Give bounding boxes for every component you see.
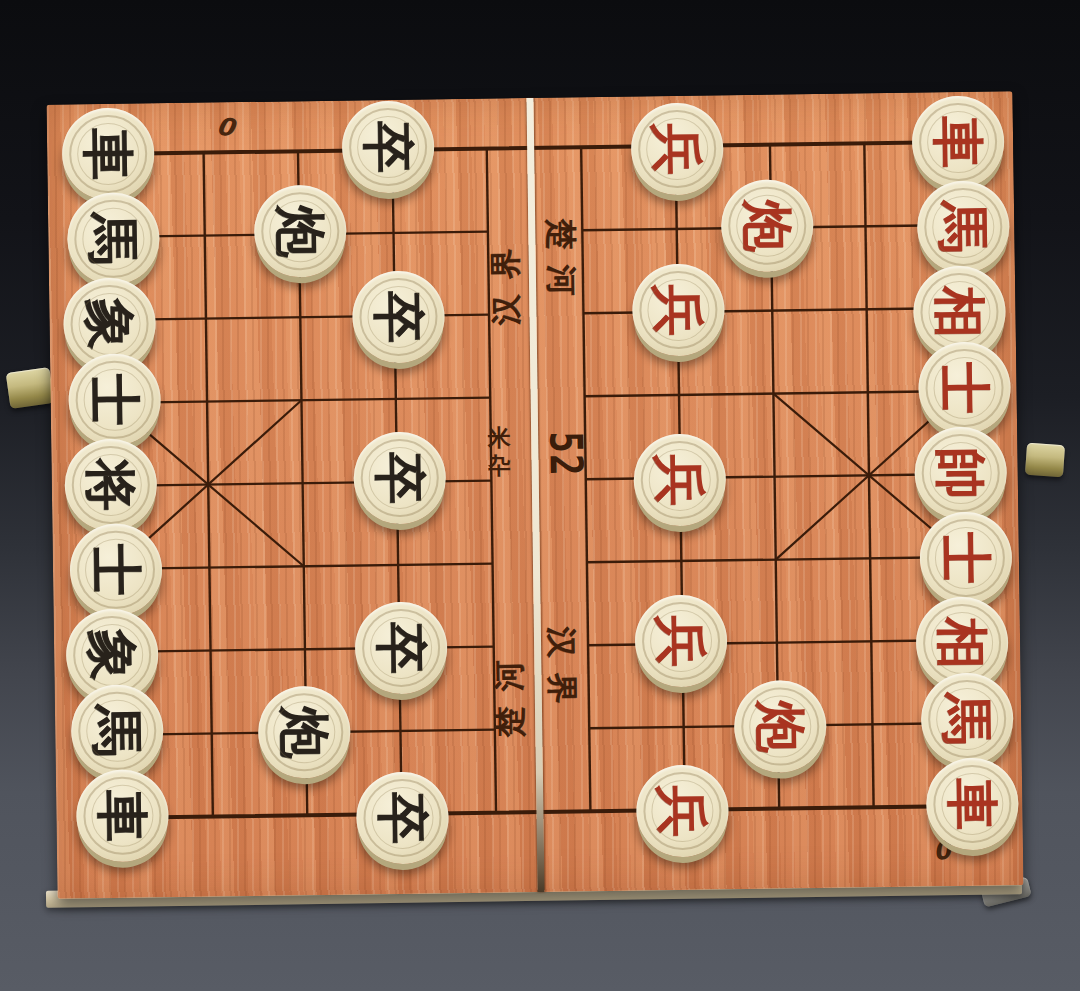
piece-character: 車 <box>96 789 149 842</box>
piece-character: 士 <box>938 362 991 415</box>
piece-character: 兵 <box>652 284 705 337</box>
river-label-left-upper: 汉界 <box>484 209 528 350</box>
piece-character: 卒 <box>376 792 429 845</box>
piece-character: 炮 <box>278 706 331 759</box>
piece-character: 馬 <box>937 201 990 254</box>
piece-character: 卒 <box>362 121 415 174</box>
photo-scene: 汉界楚河楚河汉界米卆5200 車馬象士将士象馬車炮炮卒卒卒卒卒兵兵兵兵兵炮炮車馬… <box>0 0 1080 991</box>
red-piece-士[interactable]: 士 <box>919 511 1012 604</box>
piece-character: 兵 <box>655 615 708 668</box>
piece-character: 炮 <box>741 199 794 252</box>
piece-character: 炮 <box>754 700 807 753</box>
piece-character: 相 <box>933 286 986 339</box>
red-piece-馬[interactable]: 馬 <box>920 672 1013 765</box>
piece-character: 車 <box>931 116 984 169</box>
piece-character: 車 <box>946 778 999 831</box>
piece-character: 車 <box>82 128 135 181</box>
black-piece-炮[interactable]: 炮 <box>253 185 346 278</box>
xiangqi-board[interactable]: 汉界楚河楚河汉界米卆5200 車馬象士将士象馬車炮炮卒卒卒卒卒兵兵兵兵兵炮炮車馬… <box>47 91 1024 898</box>
piece-character: 兵 <box>651 123 704 176</box>
piece-character: 帥 <box>934 447 987 500</box>
piece-character: 馬 <box>87 213 140 266</box>
piece-character: 炮 <box>274 205 327 258</box>
red-piece-車[interactable]: 車 <box>925 757 1018 850</box>
piece-character: 兵 <box>654 454 707 507</box>
piece-character: 士 <box>90 543 143 596</box>
river-label-right-upper: 楚河 <box>539 194 583 335</box>
piece-character: 卒 <box>372 291 425 344</box>
red-piece-車[interactable]: 車 <box>911 95 1004 188</box>
river-label-right-lower: 汉界 <box>540 602 584 743</box>
piece-character: 象 <box>86 629 139 682</box>
piece-character: 馬 <box>940 693 993 746</box>
right-hinge-icon <box>1025 443 1065 478</box>
piece-character: 将 <box>84 459 137 512</box>
piece-character: 兵 <box>656 785 709 838</box>
red-piece-士[interactable]: 士 <box>918 341 1011 434</box>
red-piece-炮[interactable]: 炮 <box>733 680 826 773</box>
piece-character: 士 <box>939 532 992 585</box>
piece-character: 象 <box>83 298 136 351</box>
piece-character: 相 <box>935 617 988 670</box>
piece-character: 馬 <box>91 704 144 757</box>
piece-character: 士 <box>88 373 141 426</box>
maker-seal-left: 米卆 <box>485 424 514 480</box>
piece-character: 卒 <box>375 622 428 675</box>
piece-character: 卒 <box>374 452 427 505</box>
red-piece-帥[interactable]: 帥 <box>914 426 1007 519</box>
left-hinge-icon <box>6 367 55 409</box>
maker-seal-right: 52 <box>540 431 592 477</box>
river-label-left-lower: 楚河 <box>488 621 532 762</box>
red-piece-馬[interactable]: 馬 <box>916 180 1009 273</box>
